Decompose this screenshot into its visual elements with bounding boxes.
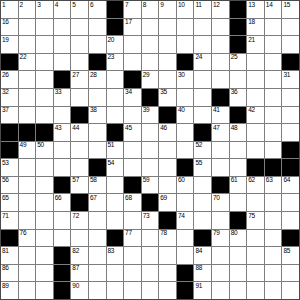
- clue-number: 31: [283, 72, 290, 79]
- cell[interactable]: [282, 124, 299, 141]
- cell[interactable]: [89, 230, 106, 247]
- cell[interactable]: [265, 107, 282, 124]
- cell[interactable]: 19: [1, 36, 18, 53]
- cell[interactable]: [36, 265, 53, 282]
- cell[interactable]: [54, 142, 71, 159]
- cell[interactable]: 13: [247, 1, 264, 18]
- cell[interactable]: 80: [230, 230, 247, 247]
- black-cell: [230, 212, 247, 229]
- cell[interactable]: 63: [265, 177, 282, 194]
- clue-number: 26: [2, 72, 9, 79]
- cell[interactable]: [265, 230, 282, 247]
- cell[interactable]: [89, 19, 106, 36]
- cell[interactable]: 62: [247, 177, 264, 194]
- cell[interactable]: 7: [124, 1, 141, 18]
- cell[interactable]: [142, 230, 159, 247]
- cell[interactable]: [177, 230, 194, 247]
- cell[interactable]: [265, 19, 282, 36]
- cell[interactable]: [71, 230, 88, 247]
- cell[interactable]: [247, 265, 264, 282]
- cell[interactable]: [282, 212, 299, 229]
- cell[interactable]: 91: [194, 282, 211, 299]
- cell[interactable]: [230, 265, 247, 282]
- clue-number: 45: [125, 125, 132, 132]
- cell[interactable]: [194, 89, 211, 106]
- cell[interactable]: 11: [194, 1, 211, 18]
- cell[interactable]: [124, 107, 141, 124]
- cell[interactable]: [36, 54, 53, 71]
- cell[interactable]: [159, 247, 176, 264]
- cell[interactable]: [194, 177, 211, 194]
- cell[interactable]: [212, 36, 229, 53]
- cell[interactable]: [107, 71, 124, 88]
- cell[interactable]: 79: [212, 230, 229, 247]
- cell[interactable]: 84: [194, 247, 211, 264]
- black-cell: [19, 124, 36, 141]
- cell[interactable]: 27: [71, 71, 88, 88]
- black-cell: [54, 265, 71, 282]
- cell[interactable]: [142, 247, 159, 264]
- cell[interactable]: 65: [1, 194, 18, 211]
- cell[interactable]: 41: [212, 107, 229, 124]
- cell[interactable]: [194, 194, 211, 211]
- cell[interactable]: 85: [282, 247, 299, 264]
- cell[interactable]: 21: [247, 36, 264, 53]
- clue-number: 36: [231, 89, 238, 96]
- clue-number: 81: [2, 248, 9, 255]
- cell[interactable]: 35: [159, 89, 176, 106]
- clue-number: 9: [160, 2, 163, 9]
- cell[interactable]: [54, 159, 71, 176]
- cell[interactable]: [282, 36, 299, 53]
- cell[interactable]: 76: [19, 230, 36, 247]
- clue-number: 32: [2, 89, 9, 96]
- cell[interactable]: 58: [89, 177, 106, 194]
- cell[interactable]: [19, 194, 36, 211]
- cell[interactable]: 37: [1, 107, 18, 124]
- cell[interactable]: [89, 36, 106, 53]
- cell[interactable]: [19, 71, 36, 88]
- cell[interactable]: 34: [124, 89, 141, 106]
- cell[interactable]: [177, 142, 194, 159]
- black-cell: [89, 54, 106, 71]
- clue-number: 83: [108, 248, 115, 255]
- cell[interactable]: [19, 89, 36, 106]
- cell[interactable]: 15: [282, 1, 299, 18]
- cell[interactable]: 40: [177, 107, 194, 124]
- cell[interactable]: 60: [177, 177, 194, 194]
- black-cell: [107, 19, 124, 36]
- clue-number: 38: [90, 107, 97, 114]
- cell[interactable]: [142, 142, 159, 159]
- cell[interactable]: 44: [71, 124, 88, 141]
- cell[interactable]: [230, 159, 247, 176]
- cell[interactable]: [282, 282, 299, 299]
- cell[interactable]: [247, 54, 264, 71]
- cell[interactable]: 82: [71, 247, 88, 264]
- cell[interactable]: [265, 71, 282, 88]
- black-cell: [247, 159, 264, 176]
- cell[interactable]: 67: [89, 194, 106, 211]
- cell[interactable]: [54, 36, 71, 53]
- black-cell: [159, 212, 176, 229]
- cell[interactable]: [71, 142, 88, 159]
- cell[interactable]: [142, 282, 159, 299]
- cell[interactable]: [124, 212, 141, 229]
- clue-number: 24: [195, 54, 202, 61]
- cell[interactable]: [54, 212, 71, 229]
- cell[interactable]: [54, 107, 71, 124]
- cell[interactable]: 49: [19, 142, 36, 159]
- cell[interactable]: [19, 282, 36, 299]
- cell[interactable]: [19, 36, 36, 53]
- cell[interactable]: [177, 36, 194, 53]
- cell[interactable]: [107, 107, 124, 124]
- cell[interactable]: 57: [71, 177, 88, 194]
- cell[interactable]: [142, 159, 159, 176]
- cell[interactable]: [142, 19, 159, 36]
- cell[interactable]: 32: [1, 89, 18, 106]
- cell[interactable]: 46: [159, 124, 176, 141]
- cell[interactable]: [194, 71, 211, 88]
- clue-number: 86: [2, 265, 9, 272]
- cell[interactable]: 1: [1, 1, 18, 18]
- cell[interactable]: 38: [89, 107, 106, 124]
- cell[interactable]: [247, 247, 264, 264]
- cell[interactable]: [89, 89, 106, 106]
- cell[interactable]: [230, 71, 247, 88]
- cell[interactable]: [89, 212, 106, 229]
- cell[interactable]: 20: [107, 36, 124, 53]
- cell[interactable]: 26: [1, 71, 18, 88]
- cell[interactable]: 16: [1, 19, 18, 36]
- clue-number: 27: [72, 72, 79, 79]
- cell[interactable]: [212, 142, 229, 159]
- cell[interactable]: [36, 36, 53, 53]
- clue-number: 46: [160, 125, 167, 132]
- cell[interactable]: [124, 159, 141, 176]
- cell[interactable]: 28: [89, 71, 106, 88]
- black-cell: [230, 1, 247, 18]
- cell[interactable]: 5: [71, 1, 88, 18]
- cell[interactable]: 39: [142, 107, 159, 124]
- cell[interactable]: [36, 107, 53, 124]
- clue-number: 23: [108, 54, 115, 61]
- cell[interactable]: 54: [107, 159, 124, 176]
- cell[interactable]: [142, 265, 159, 282]
- black-cell: [142, 89, 159, 106]
- cell[interactable]: [124, 54, 141, 71]
- cell[interactable]: [194, 212, 211, 229]
- cell[interactable]: [124, 36, 141, 53]
- cell[interactable]: [159, 282, 176, 299]
- cell[interactable]: 6: [89, 1, 106, 18]
- cell[interactable]: 52: [194, 142, 211, 159]
- cell[interactable]: [265, 194, 282, 211]
- cell[interactable]: [54, 54, 71, 71]
- cell[interactable]: [36, 177, 53, 194]
- cell[interactable]: [265, 54, 282, 71]
- cell[interactable]: 68: [124, 194, 141, 211]
- cell[interactable]: 8: [142, 1, 159, 18]
- cell[interactable]: 4: [54, 1, 71, 18]
- clue-number: 56: [2, 177, 9, 184]
- cell[interactable]: 74: [177, 212, 194, 229]
- clue-number: 65: [2, 195, 9, 202]
- cell[interactable]: [177, 194, 194, 211]
- cell[interactable]: [159, 142, 176, 159]
- cell[interactable]: [159, 159, 176, 176]
- cell[interactable]: [124, 282, 141, 299]
- cell[interactable]: [265, 142, 282, 159]
- black-cell: [282, 54, 299, 71]
- clue-number: 64: [283, 177, 290, 184]
- cell[interactable]: 47: [212, 124, 229, 141]
- cell[interactable]: 30: [177, 71, 194, 88]
- cell[interactable]: [19, 107, 36, 124]
- cell[interactable]: [142, 54, 159, 71]
- cell[interactable]: [142, 36, 159, 53]
- cell[interactable]: [89, 124, 106, 141]
- cell[interactable]: 12: [212, 1, 229, 18]
- cell[interactable]: [159, 36, 176, 53]
- cell[interactable]: [230, 247, 247, 264]
- cell[interactable]: 87: [71, 265, 88, 282]
- black-cell: [1, 142, 18, 159]
- cell[interactable]: [177, 19, 194, 36]
- cell[interactable]: [107, 177, 124, 194]
- cell[interactable]: 88: [194, 265, 211, 282]
- cell[interactable]: 56: [1, 177, 18, 194]
- cell[interactable]: [212, 159, 229, 176]
- cell[interactable]: [19, 212, 36, 229]
- cell[interactable]: [89, 265, 106, 282]
- cell[interactable]: 33: [54, 89, 71, 106]
- cell[interactable]: 43: [54, 124, 71, 141]
- cell[interactable]: [282, 194, 299, 211]
- cell[interactable]: [36, 159, 53, 176]
- cell[interactable]: [159, 71, 176, 88]
- cell[interactable]: [247, 230, 264, 247]
- cell[interactable]: [212, 247, 229, 264]
- black-cell: [177, 159, 194, 176]
- cell[interactable]: [177, 247, 194, 264]
- cell[interactable]: [177, 89, 194, 106]
- cell[interactable]: [71, 89, 88, 106]
- cell[interactable]: 50: [36, 142, 53, 159]
- clue-number: 73: [143, 213, 150, 220]
- cell[interactable]: [265, 124, 282, 141]
- cell[interactable]: [247, 71, 264, 88]
- black-cell: [124, 71, 141, 88]
- cell[interactable]: [71, 19, 88, 36]
- cell[interactable]: 59: [142, 177, 159, 194]
- cell[interactable]: 64: [282, 177, 299, 194]
- cell[interactable]: [107, 194, 124, 211]
- black-cell: [1, 230, 18, 247]
- cell[interactable]: 55: [194, 159, 211, 176]
- cell[interactable]: [247, 124, 264, 141]
- cell[interactable]: 10: [177, 1, 194, 18]
- cell[interactable]: [212, 54, 229, 71]
- clue-number: 52: [195, 142, 202, 149]
- cell[interactable]: [194, 107, 211, 124]
- cell[interactable]: [159, 54, 176, 71]
- cell[interactable]: [230, 142, 247, 159]
- cell[interactable]: [159, 19, 176, 36]
- cell[interactable]: [89, 142, 106, 159]
- clue-number: 19: [2, 37, 9, 44]
- cell[interactable]: 66: [54, 194, 71, 211]
- clue-number: 29: [143, 72, 150, 79]
- cell[interactable]: 83: [107, 247, 124, 264]
- black-cell: [54, 71, 71, 88]
- clue-number: 16: [2, 19, 9, 26]
- cell[interactable]: [19, 247, 36, 264]
- cell[interactable]: [107, 212, 124, 229]
- clue-number: 76: [20, 230, 27, 237]
- clue-number: 84: [195, 248, 202, 255]
- cell[interactable]: [36, 212, 53, 229]
- cell[interactable]: 77: [124, 230, 141, 247]
- cell[interactable]: [159, 177, 176, 194]
- cell[interactable]: 48: [230, 124, 247, 141]
- cell[interactable]: 9: [159, 1, 176, 18]
- cell[interactable]: [230, 194, 247, 211]
- clue-number: 21: [248, 37, 255, 44]
- cell[interactable]: [265, 265, 282, 282]
- cell[interactable]: [54, 19, 71, 36]
- cell[interactable]: [247, 194, 264, 211]
- cell[interactable]: 18: [247, 19, 264, 36]
- clue-number: 39: [143, 107, 150, 114]
- cell[interactable]: [247, 89, 264, 106]
- cell[interactable]: [36, 230, 53, 247]
- cell[interactable]: [194, 19, 211, 36]
- black-cell: [71, 107, 88, 124]
- cell[interactable]: [19, 177, 36, 194]
- cell[interactable]: [89, 282, 106, 299]
- cell[interactable]: [282, 89, 299, 106]
- cell[interactable]: [194, 36, 211, 53]
- cell[interactable]: 36: [230, 89, 247, 106]
- cell[interactable]: [107, 265, 124, 282]
- cell[interactable]: [36, 247, 53, 264]
- clue-number: 49: [20, 142, 27, 149]
- cell[interactable]: [265, 89, 282, 106]
- cell[interactable]: 23: [107, 54, 124, 71]
- cell[interactable]: [282, 107, 299, 124]
- cell[interactable]: 78: [159, 230, 176, 247]
- cell[interactable]: 70: [212, 194, 229, 211]
- cell[interactable]: 42: [247, 107, 264, 124]
- clue-number: 60: [178, 177, 185, 184]
- cell[interactable]: 86: [1, 265, 18, 282]
- cell[interactable]: [36, 89, 53, 106]
- clue-number: 80: [231, 230, 238, 237]
- clue-number: 11: [195, 2, 201, 9]
- cell[interactable]: 75: [247, 212, 264, 229]
- cell[interactable]: [282, 265, 299, 282]
- cell[interactable]: [247, 282, 264, 299]
- cell[interactable]: [124, 142, 141, 159]
- cell[interactable]: [212, 212, 229, 229]
- clue-number: 51: [108, 142, 115, 149]
- cell[interactable]: [265, 282, 282, 299]
- cell[interactable]: [247, 142, 264, 159]
- cell[interactable]: [107, 282, 124, 299]
- cell[interactable]: [212, 71, 229, 88]
- cell[interactable]: [159, 265, 176, 282]
- cell[interactable]: 31: [282, 71, 299, 88]
- clue-number: 2: [20, 2, 23, 9]
- cell[interactable]: [212, 19, 229, 36]
- cell[interactable]: [212, 265, 229, 282]
- clue-number: 87: [72, 265, 79, 272]
- cell[interactable]: [19, 159, 36, 176]
- cell[interactable]: 72: [71, 212, 88, 229]
- cell[interactable]: [265, 212, 282, 229]
- cell[interactable]: [230, 282, 247, 299]
- cell[interactable]: 3: [36, 1, 53, 18]
- cell[interactable]: [89, 247, 106, 264]
- cell[interactable]: [142, 124, 159, 141]
- cell[interactable]: 51: [107, 142, 124, 159]
- cell[interactable]: [36, 71, 53, 88]
- cell[interactable]: 2: [19, 1, 36, 18]
- cell[interactable]: [71, 159, 88, 176]
- clue-number: 28: [90, 72, 97, 79]
- cell[interactable]: [19, 265, 36, 282]
- clue-number: 77: [125, 230, 132, 237]
- cell[interactable]: 45: [124, 124, 141, 141]
- cell[interactable]: [124, 247, 141, 264]
- cell[interactable]: 17: [124, 19, 141, 36]
- cell[interactable]: [36, 194, 53, 211]
- black-cell: [124, 177, 141, 194]
- cell[interactable]: 14: [265, 1, 282, 18]
- cell[interactable]: 22: [19, 54, 36, 71]
- cell[interactable]: 89: [1, 282, 18, 299]
- cell[interactable]: [54, 230, 71, 247]
- cell[interactable]: 81: [1, 247, 18, 264]
- clue-number: 41: [213, 107, 220, 114]
- cell[interactable]: 73: [142, 212, 159, 229]
- cell[interactable]: 29: [142, 71, 159, 88]
- cell[interactable]: [71, 36, 88, 53]
- cell[interactable]: [212, 282, 229, 299]
- cell[interactable]: 71: [1, 212, 18, 229]
- cell[interactable]: [71, 54, 88, 71]
- cell[interactable]: 69: [159, 194, 176, 211]
- cell[interactable]: [36, 282, 53, 299]
- cell[interactable]: 53: [1, 159, 18, 176]
- cell[interactable]: [265, 247, 282, 264]
- cell[interactable]: [107, 89, 124, 106]
- cell[interactable]: [36, 19, 53, 36]
- cell[interactable]: [19, 19, 36, 36]
- cell[interactable]: [282, 19, 299, 36]
- cell[interactable]: [124, 265, 141, 282]
- cell[interactable]: 90: [71, 282, 88, 299]
- cell[interactable]: [177, 124, 194, 141]
- black-cell: [177, 282, 194, 299]
- cell[interactable]: 25: [230, 54, 247, 71]
- cell[interactable]: [265, 36, 282, 53]
- cell[interactable]: 24: [194, 54, 211, 71]
- cell[interactable]: 61: [230, 177, 247, 194]
- clue-number: 8: [143, 2, 146, 9]
